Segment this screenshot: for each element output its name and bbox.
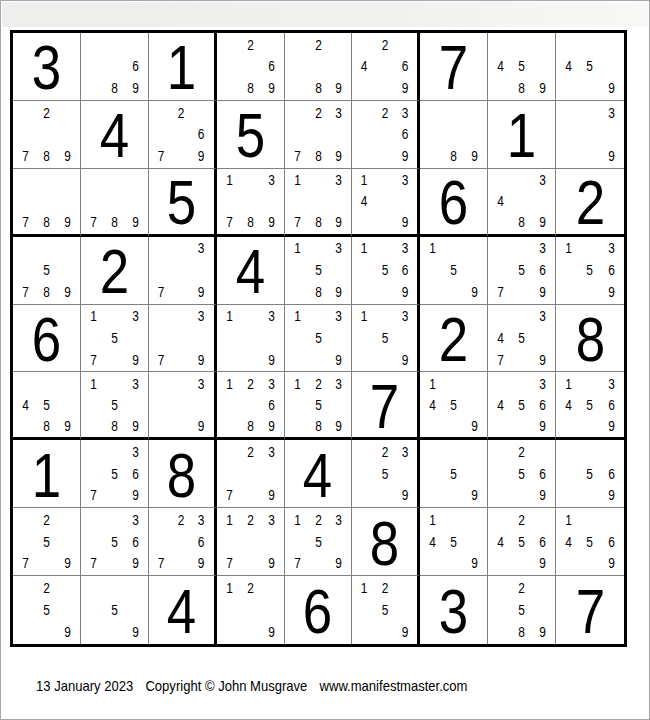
cell-r9c3[interactable]: 4 (149, 576, 217, 644)
candidate-digit: 3 (602, 373, 620, 394)
cell-r3c2[interactable]: 789 (81, 169, 149, 237)
cell-r6c8[interactable]: 34569 (488, 372, 556, 440)
cell-r4c2[interactable]: 2 (81, 237, 149, 305)
candidate-digit: 9 (534, 281, 552, 303)
cell-r1c5[interactable]: 289 (285, 33, 353, 101)
candidates: 39 (558, 102, 622, 167)
candidate-digit: 1 (560, 373, 578, 394)
candidate-digit: 5 (38, 259, 56, 281)
candidate-digit: 1 (424, 509, 442, 531)
candidates: 13789 (219, 170, 282, 233)
candidate-digit: 8 (513, 77, 531, 99)
candidate-digit: 9 (602, 485, 620, 507)
candidate-digit: 6 (602, 463, 620, 485)
candidates: 35679 (83, 441, 146, 506)
candidate-digit: 5 (309, 394, 327, 415)
cell-r3c9[interactable]: 2 (556, 169, 624, 237)
cell-r4c7[interactable]: 159 (420, 237, 488, 305)
candidate-digit: 1 (288, 306, 306, 328)
candidate-digit: 2 (376, 577, 393, 599)
candidate-digit: 2 (38, 509, 56, 531)
cell-r3c8[interactable]: 3489 (488, 169, 556, 237)
cell-r8c7[interactable]: 1459 (420, 508, 488, 576)
candidate-digit: 2 (309, 509, 327, 531)
candidate-digit: 1 (356, 306, 373, 328)
cell-r2c1[interactable]: 2789 (13, 101, 81, 169)
candidate-digit: 5 (309, 531, 327, 553)
candidate-digit: 2 (513, 577, 531, 599)
cell-r6c6[interactable]: 7 (352, 372, 420, 440)
candidates: 2679 (151, 102, 212, 167)
sudoku-board: 3689126892892469745894592789426795237892… (10, 30, 627, 647)
cell-r4c1[interactable]: 5789 (13, 237, 81, 305)
candidate-digit: 9 (397, 485, 414, 507)
candidates: 23679 (151, 509, 212, 574)
candidates: 259 (15, 577, 78, 643)
candidate-digit: 8 (309, 415, 327, 436)
candidate-digit: 9 (602, 281, 620, 303)
candidates: 35679 (490, 238, 553, 303)
cell-r2c5[interactable]: 23789 (285, 101, 353, 169)
candidate-digit: 1 (560, 238, 578, 260)
candidate-digit: 5 (376, 599, 393, 621)
cell-r9c6[interactable]: 1259 (352, 576, 420, 644)
cell-r8c9[interactable]: 14569 (556, 508, 624, 576)
candidates: 2589 (490, 577, 553, 643)
candidate-digit: 9 (126, 621, 144, 643)
candidate-digit: 9 (126, 349, 144, 371)
candidate-digit: 5 (445, 259, 463, 281)
given-digit: 4 (217, 237, 284, 304)
cell-r5c9[interactable]: 8 (556, 305, 624, 373)
cell-r2c2[interactable]: 4 (81, 101, 149, 169)
cell-r7c9[interactable]: 569 (556, 440, 624, 508)
cell-r7c4[interactable]: 2379 (217, 440, 285, 508)
candidate-digit: 8 (38, 212, 56, 233)
candidates: 24569 (490, 509, 553, 574)
cell-r1c6[interactable]: 2469 (352, 33, 420, 101)
candidate-digit: 2 (309, 34, 327, 56)
candidates: 34579 (490, 306, 553, 371)
candidate-digit: 6 (602, 531, 620, 553)
candidates: 3489 (490, 170, 553, 233)
candidate-digit: 1 (220, 509, 238, 531)
candidate-digit: 3 (397, 170, 414, 191)
given-digit: 5 (217, 101, 284, 168)
candidates: 123689 (219, 373, 282, 436)
candidate-digit: 9 (193, 415, 210, 436)
candidate-digit: 6 (126, 56, 144, 78)
candidates: 13789 (287, 170, 350, 233)
candidates: 379 (151, 306, 212, 371)
candidate-digit: 4 (424, 531, 442, 553)
candidate-digit: 6 (126, 463, 144, 485)
cell-r6c9[interactable]: 134569 (556, 372, 624, 440)
candidates: 13589 (83, 373, 146, 436)
candidate-digit: 9 (397, 281, 414, 303)
candidates: 689 (83, 34, 146, 99)
candidate-digit: 4 (492, 394, 510, 415)
candidate-digit: 7 (220, 552, 238, 574)
candidate-digit: 9 (262, 621, 280, 643)
candidate-digit: 9 (534, 415, 552, 436)
cell-r5c7[interactable]: 2 (420, 305, 488, 373)
candidates: 1459 (422, 373, 485, 436)
candidates: 23789 (287, 102, 350, 167)
candidate-digit: 9 (466, 281, 484, 303)
cell-r3c4[interactable]: 13789 (217, 169, 285, 237)
candidate-digit: 5 (376, 327, 393, 349)
candidate-digit: 9 (262, 415, 280, 436)
candidate-digit: 6 (126, 531, 144, 553)
given-digit: 4 (285, 440, 352, 507)
candidate-digit: 8 (105, 415, 123, 436)
candidate-digit: 5 (309, 259, 327, 281)
candidate-digit: 5 (38, 394, 56, 415)
candidate-digit: 1 (356, 170, 373, 191)
candidate-digit: 5 (581, 463, 599, 485)
cell-r4c6[interactable]: 13569 (352, 237, 420, 305)
candidate-digit: 5 (105, 599, 123, 621)
cell-r5c1[interactable]: 6 (13, 305, 81, 373)
candidate-digit: 7 (17, 212, 35, 233)
cell-r9c9[interactable]: 7 (556, 576, 624, 644)
candidate-digit: 9 (126, 485, 144, 507)
candidate-digit: 5 (376, 463, 393, 485)
candidate-digit: 7 (220, 485, 238, 507)
candidates: 14569 (558, 509, 622, 574)
candidate-digit: 5 (445, 531, 463, 553)
cell-r1c3[interactable]: 1 (149, 33, 217, 101)
candidate-digit: 4 (356, 56, 373, 78)
candidate-digit: 8 (38, 281, 56, 303)
given-digit: 3 (420, 576, 487, 644)
candidate-digit: 3 (126, 306, 144, 328)
candidates: 1259 (354, 577, 415, 643)
cell-r2c9[interactable]: 39 (556, 101, 624, 169)
cell-r2c8[interactable]: 1 (488, 101, 556, 169)
footer-website: www.manifestmaster.com (320, 677, 468, 694)
candidate-digit: 6 (262, 56, 280, 78)
candidates: 2579 (15, 509, 78, 574)
candidate-digit: 9 (262, 212, 280, 233)
candidates: 289 (287, 34, 350, 99)
candidates: 1459 (422, 509, 485, 574)
cell-r9c1[interactable]: 259 (13, 576, 81, 644)
candidate-digit: 9 (193, 349, 210, 371)
given-digit: 2 (81, 237, 148, 304)
candidate-digit: 9 (330, 552, 348, 574)
candidate-digit: 9 (534, 349, 552, 371)
candidate-digit: 9 (602, 77, 620, 99)
cell-r7c2[interactable]: 35679 (81, 440, 149, 508)
candidate-digit: 8 (105, 77, 123, 99)
cell-r9c7[interactable]: 3 (420, 576, 488, 644)
candidate-digit: 5 (513, 327, 531, 349)
candidate-digit: 9 (126, 212, 144, 233)
candidate-digit: 3 (193, 373, 210, 394)
candidate-digit: 9 (397, 349, 414, 371)
cell-r7c3[interactable]: 8 (149, 440, 217, 508)
candidate-digit: 7 (17, 145, 35, 167)
given-digit: 8 (556, 305, 624, 372)
cell-r6c5[interactable]: 123589 (285, 372, 353, 440)
footer-copyright: Copyright © John Musgrave (145, 677, 307, 694)
candidates: 34569 (490, 373, 553, 436)
cell-r4c9[interactable]: 13569 (556, 237, 624, 305)
given-digit: 6 (13, 305, 80, 372)
candidate-digit: 5 (445, 394, 463, 415)
candidates: 2689 (219, 34, 282, 99)
cell-r8c2[interactable]: 35679 (81, 508, 149, 576)
candidate-digit: 2 (309, 102, 327, 124)
cell-r1c8[interactable]: 4589 (488, 33, 556, 101)
candidate-digit: 8 (105, 212, 123, 233)
given-digit: 1 (488, 101, 555, 168)
candidate-digit: 2 (513, 441, 531, 463)
cell-r5c8[interactable]: 34579 (488, 305, 556, 373)
candidates: 1359 (287, 306, 350, 371)
cell-r8c3[interactable]: 23679 (149, 508, 217, 576)
candidate-digit: 6 (602, 259, 620, 281)
candidate-digit: 4 (492, 531, 510, 553)
candidate-digit: 4 (17, 394, 35, 415)
candidates: 2789 (15, 102, 78, 167)
candidate-digit: 3 (262, 509, 280, 531)
candidate-digit: 1 (560, 509, 578, 531)
cell-r7c8[interactable]: 2569 (488, 440, 556, 508)
candidate-digit: 3 (397, 441, 414, 463)
candidate-digit: 5 (513, 394, 531, 415)
candidates: 13569 (558, 238, 622, 303)
candidates: 379 (151, 238, 212, 303)
candidate-digit: 1 (288, 238, 306, 260)
candidate-digit: 1 (356, 577, 373, 599)
candidates: 1359 (354, 306, 415, 371)
candidate-digit: 1 (288, 373, 306, 394)
cell-r6c1[interactable]: 4589 (13, 372, 81, 440)
candidate-digit: 3 (534, 170, 552, 191)
candidate-digit: 2 (376, 102, 393, 124)
candidate-digit: 5 (105, 531, 123, 553)
cell-r2c3[interactable]: 2679 (149, 101, 217, 169)
candidate-digit: 5 (513, 259, 531, 281)
candidate-digit: 9 (397, 77, 414, 99)
candidate-digit: 8 (445, 145, 463, 167)
given-digit: 6 (285, 576, 352, 644)
cell-r4c5[interactable]: 13589 (285, 237, 353, 305)
candidate-digit: 2 (38, 102, 56, 124)
cell-r5c3[interactable]: 379 (149, 305, 217, 373)
cell-r5c4[interactable]: 139 (217, 305, 285, 373)
candidate-digit: 9 (330, 349, 348, 371)
cell-r5c6[interactable]: 1359 (352, 305, 420, 373)
cell-r8c4[interactable]: 12379 (217, 508, 285, 576)
candidate-digit: 8 (309, 281, 327, 303)
candidate-digit: 3 (602, 238, 620, 260)
candidate-digit: 5 (105, 463, 123, 485)
cell-r7c6[interactable]: 2359 (352, 440, 420, 508)
candidate-digit: 7 (288, 212, 306, 233)
given-digit: 7 (556, 576, 624, 644)
candidate-digit: 2 (241, 577, 259, 599)
candidate-digit: 3 (330, 238, 348, 260)
candidate-digit: 9 (330, 212, 348, 233)
cell-r9c8[interactable]: 2589 (488, 576, 556, 644)
cell-r8c8[interactable]: 24569 (488, 508, 556, 576)
cell-r9c5[interactable]: 6 (285, 576, 353, 644)
candidate-digit: 9 (602, 145, 620, 167)
candidate-digit: 7 (84, 485, 102, 507)
given-digit: 8 (352, 508, 417, 575)
candidate-digit: 5 (513, 531, 531, 553)
candidate-digit: 4 (560, 531, 578, 553)
candidate-digit: 9 (602, 552, 620, 574)
cell-r3c3[interactable]: 5 (149, 169, 217, 237)
candidate-digit: 4 (356, 191, 373, 212)
candidate-digit: 9 (58, 281, 76, 303)
candidate-digit: 1 (288, 509, 306, 531)
cell-r6c2[interactable]: 13589 (81, 372, 149, 440)
candidate-digit: 7 (152, 552, 169, 574)
candidate-digit: 3 (534, 373, 552, 394)
candidate-digit: 6 (534, 531, 552, 553)
cell-r1c7[interactable]: 7 (420, 33, 488, 101)
candidate-digit: 5 (581, 259, 599, 281)
cell-r1c4[interactable]: 2689 (217, 33, 285, 101)
candidate-digit: 1 (220, 170, 238, 191)
candidate-digit: 7 (84, 552, 102, 574)
candidate-digit: 9 (330, 281, 348, 303)
cell-r2c6[interactable]: 2369 (352, 101, 420, 169)
candidate-digit: 8 (241, 415, 259, 436)
footer-date: 13 January 2023 (36, 677, 133, 694)
candidate-digit: 2 (513, 509, 531, 531)
candidate-digit: 6 (534, 463, 552, 485)
candidate-digit: 2 (173, 509, 190, 531)
candidate-digit: 9 (126, 77, 144, 99)
given-digit: 3 (13, 33, 80, 100)
candidates: 2569 (490, 441, 553, 506)
candidate-digit: 3 (262, 373, 280, 394)
candidate-digit: 3 (262, 170, 280, 191)
candidate-digit: 7 (84, 212, 102, 233)
candidates: 13589 (287, 238, 350, 303)
cell-r8c5[interactable]: 123579 (285, 508, 353, 576)
cell-r9c2[interactable]: 59 (81, 576, 149, 644)
cell-r6c3[interactable]: 39 (149, 372, 217, 440)
candidate-digit: 9 (397, 145, 414, 167)
candidate-digit: 3 (262, 306, 280, 328)
candidate-digit: 2 (173, 102, 190, 124)
candidate-digit: 7 (220, 212, 238, 233)
candidates: 4589 (490, 34, 553, 99)
candidates: 789 (15, 170, 78, 233)
cell-r8c1[interactable]: 2579 (13, 508, 81, 576)
candidate-digit: 9 (330, 415, 348, 436)
cell-r6c4[interactable]: 123689 (217, 372, 285, 440)
given-digit: 8 (149, 440, 214, 507)
candidate-digit: 3 (534, 238, 552, 260)
given-digit: 6 (420, 169, 487, 234)
cell-r7c1[interactable]: 1 (13, 440, 81, 508)
cell-r3c5[interactable]: 13789 (285, 169, 353, 237)
cell-r6c7[interactable]: 1459 (420, 372, 488, 440)
candidate-digit: 3 (330, 102, 348, 124)
candidate-digit: 1 (220, 577, 238, 599)
candidate-digit: 5 (445, 463, 463, 485)
candidate-digit: 9 (126, 415, 144, 436)
candidates: 2359 (354, 441, 415, 506)
cell-r8c6[interactable]: 8 (352, 508, 420, 576)
candidate-digit: 4 (560, 56, 578, 78)
candidate-digit: 9 (262, 485, 280, 507)
candidate-digit: 1 (424, 238, 442, 260)
candidate-digit: 3 (330, 373, 348, 394)
candidate-digit: 3 (330, 170, 348, 191)
candidate-digit: 5 (376, 259, 393, 281)
candidates: 129 (219, 577, 282, 643)
candidate-digit: 6 (534, 259, 552, 281)
candidate-digit: 3 (397, 238, 414, 260)
candidate-digit: 9 (397, 212, 414, 233)
cell-r5c5[interactable]: 1359 (285, 305, 353, 373)
given-digit: 7 (352, 372, 417, 437)
candidate-digit: 2 (241, 373, 259, 394)
candidate-digit: 1 (288, 170, 306, 191)
cell-r4c8[interactable]: 35679 (488, 237, 556, 305)
cell-r7c7[interactable]: 59 (420, 440, 488, 508)
candidates: 569 (558, 441, 622, 506)
candidate-digit: 5 (38, 599, 56, 621)
cell-r2c7[interactable]: 89 (420, 101, 488, 169)
cell-r3c6[interactable]: 1349 (352, 169, 420, 237)
candidate-digit: 9 (330, 77, 348, 99)
given-digit: 2 (556, 169, 624, 234)
given-digit: 1 (13, 440, 80, 507)
candidate-digit: 8 (513, 212, 531, 233)
candidate-digit: 1 (424, 373, 442, 394)
cell-r1c1[interactable]: 3 (13, 33, 81, 101)
candidate-digit: 9 (126, 552, 144, 574)
candidate-digit: 4 (492, 56, 510, 78)
candidate-digit: 5 (513, 56, 531, 78)
cell-r4c3[interactable]: 379 (149, 237, 217, 305)
candidate-digit: 3 (397, 306, 414, 328)
candidate-digit: 4 (492, 327, 510, 349)
candidate-digit: 6 (262, 394, 280, 415)
cell-r4c4[interactable]: 4 (217, 237, 285, 305)
candidate-digit: 9 (58, 145, 76, 167)
candidate-digit: 8 (38, 415, 56, 436)
cell-r1c2[interactable]: 689 (81, 33, 149, 101)
candidate-digit: 6 (534, 394, 552, 415)
cell-r7c5[interactable]: 4 (285, 440, 353, 508)
cell-r5c2[interactable]: 13579 (81, 305, 149, 373)
cell-r3c7[interactable]: 6 (420, 169, 488, 237)
cell-r9c4[interactable]: 129 (217, 576, 285, 644)
candidate-digit: 3 (126, 509, 144, 531)
cell-r2c4[interactable]: 5 (217, 101, 285, 169)
cell-r3c1[interactable]: 789 (13, 169, 81, 237)
candidate-digit: 7 (288, 552, 306, 574)
candidate-digit: 1 (356, 238, 373, 260)
candidates: 89 (422, 102, 485, 167)
candidate-digit: 3 (534, 306, 552, 328)
cell-r1c9[interactable]: 459 (556, 33, 624, 101)
candidates: 1349 (354, 170, 415, 233)
candidate-digit: 9 (534, 621, 552, 643)
